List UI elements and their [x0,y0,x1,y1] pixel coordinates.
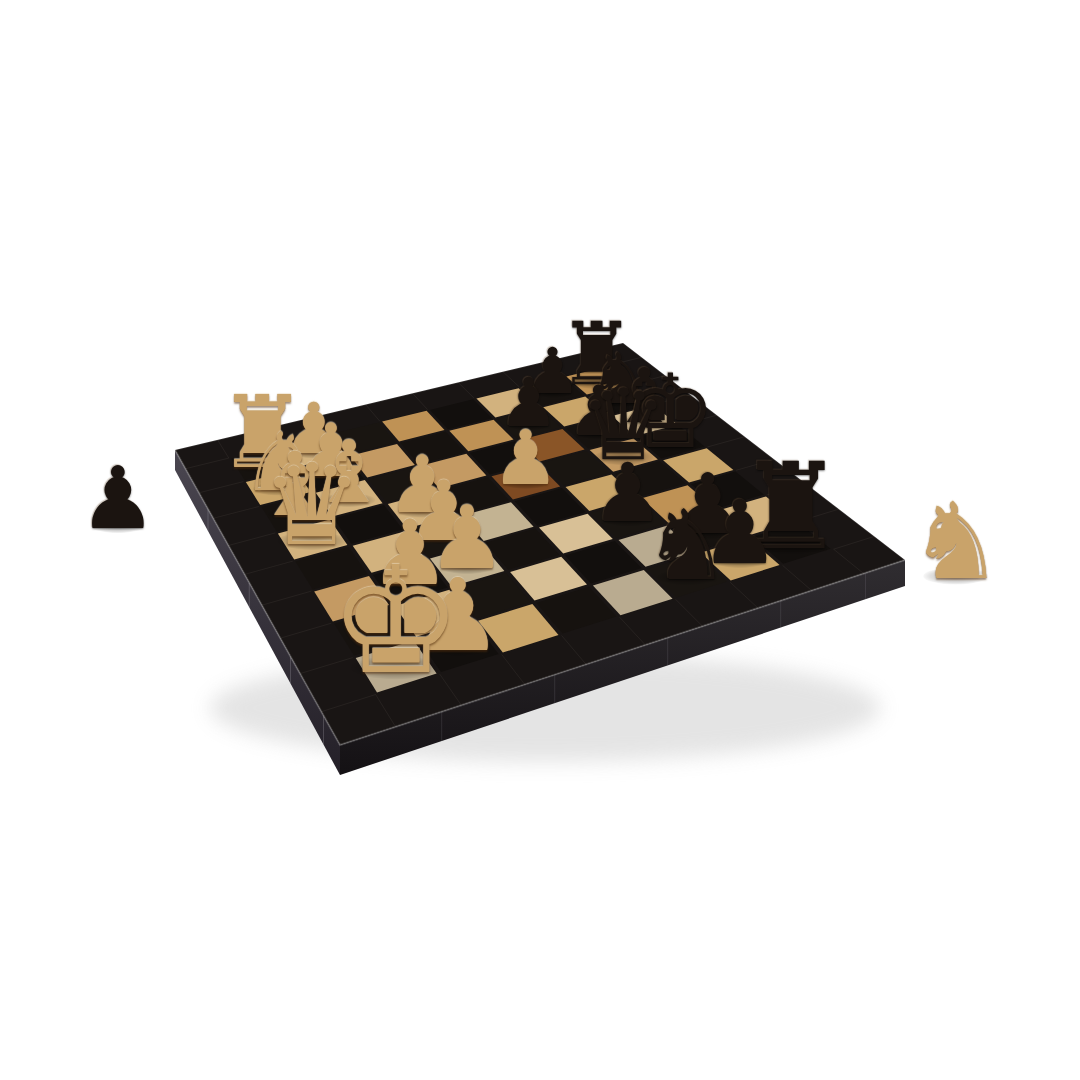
chessboard [0,0,1080,1080]
product-photo-stage: ♜♟♞♝♟♟♚♟♛♜♟♟♞♝♟♝♟♟♟♛♜♟♟♞♟♟♚♟♞ [0,0,1080,1080]
